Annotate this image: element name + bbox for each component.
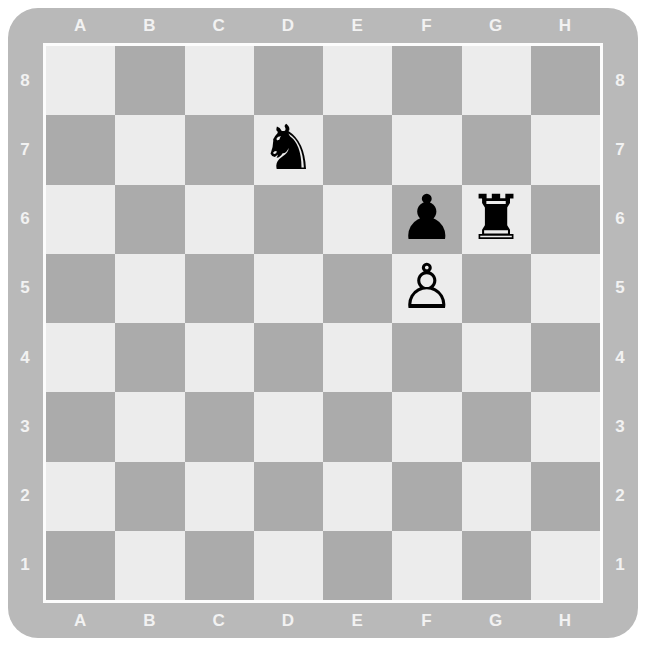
black-pawn[interactable]: ♟ [399, 185, 455, 252]
square-g8[interactable] [462, 46, 531, 115]
square-e1[interactable] [323, 531, 392, 600]
square-e8[interactable] [323, 46, 392, 115]
file-label-b-top: B [115, 8, 184, 43]
square-b2[interactable] [115, 462, 184, 531]
square-f6[interactable]: ♟ [392, 185, 461, 254]
square-f7[interactable] [392, 115, 461, 184]
square-c4[interactable] [185, 323, 254, 392]
square-c3[interactable] [185, 392, 254, 461]
rank-label-3-left: 3 [8, 392, 43, 461]
square-h1[interactable] [531, 531, 600, 600]
rank-label-6-right: 6 [603, 185, 638, 254]
rank-label-8-left: 8 [8, 46, 43, 115]
square-g7[interactable] [462, 115, 531, 184]
square-c2[interactable] [185, 462, 254, 531]
square-f2[interactable] [392, 462, 461, 531]
square-g4[interactable] [462, 323, 531, 392]
square-b1[interactable] [115, 531, 184, 600]
square-d1[interactable] [254, 531, 323, 600]
black-rook[interactable]: ♜ [468, 185, 524, 252]
file-label-e-bottom: E [323, 603, 392, 638]
file-label-f-top: F [392, 8, 461, 43]
square-g5[interactable] [462, 254, 531, 323]
square-g3[interactable] [462, 392, 531, 461]
rank-labels-left: 87654321 [8, 46, 43, 600]
white-pawn[interactable]: ♙ [399, 254, 455, 321]
square-a3[interactable] [46, 392, 115, 461]
rank-label-4-left: 4 [8, 323, 43, 392]
square-e5[interactable] [323, 254, 392, 323]
rank-label-2-right: 2 [603, 462, 638, 531]
file-label-g-top: G [462, 8, 531, 43]
square-e4[interactable] [323, 323, 392, 392]
rank-label-4-right: 4 [603, 323, 638, 392]
square-b7[interactable] [115, 115, 184, 184]
square-a2[interactable] [46, 462, 115, 531]
square-h3[interactable] [531, 392, 600, 461]
square-d2[interactable] [254, 462, 323, 531]
rank-label-1-right: 1 [603, 531, 638, 600]
square-b3[interactable] [115, 392, 184, 461]
file-label-b-bottom: B [115, 603, 184, 638]
square-d6[interactable] [254, 185, 323, 254]
file-labels-top: ABCDEFGH [46, 8, 600, 43]
square-a7[interactable] [46, 115, 115, 184]
square-h6[interactable] [531, 185, 600, 254]
square-c1[interactable] [185, 531, 254, 600]
square-e7[interactable] [323, 115, 392, 184]
square-f3[interactable] [392, 392, 461, 461]
file-label-d-bottom: D [254, 603, 323, 638]
file-label-a-top: A [46, 8, 115, 43]
square-f5[interactable]: ♙ [392, 254, 461, 323]
square-f4[interactable] [392, 323, 461, 392]
square-g1[interactable] [462, 531, 531, 600]
square-g2[interactable] [462, 462, 531, 531]
square-h5[interactable] [531, 254, 600, 323]
rank-label-5-left: 5 [8, 254, 43, 323]
square-f8[interactable] [392, 46, 461, 115]
square-h8[interactable] [531, 46, 600, 115]
square-g6[interactable]: ♜ [462, 185, 531, 254]
rank-label-5-right: 5 [603, 254, 638, 323]
rank-label-1-left: 1 [8, 531, 43, 600]
file-label-d-top: D [254, 8, 323, 43]
square-a5[interactable] [46, 254, 115, 323]
file-label-a-bottom: A [46, 603, 115, 638]
file-label-g-bottom: G [462, 603, 531, 638]
rank-label-3-right: 3 [603, 392, 638, 461]
square-a1[interactable] [46, 531, 115, 600]
square-c6[interactable] [185, 185, 254, 254]
square-e6[interactable] [323, 185, 392, 254]
rank-label-2-left: 2 [8, 462, 43, 531]
square-e2[interactable] [323, 462, 392, 531]
chess-board-screenshot: ABCDEFGH ABCDEFGH 87654321 87654321 ♞♟♜♙ [0, 0, 646, 646]
square-a6[interactable] [46, 185, 115, 254]
black-knight[interactable]: ♞ [261, 115, 317, 182]
square-a4[interactable] [46, 323, 115, 392]
file-label-c-bottom: C [185, 603, 254, 638]
rank-label-8-right: 8 [603, 46, 638, 115]
square-a8[interactable] [46, 46, 115, 115]
square-d5[interactable] [254, 254, 323, 323]
square-e3[interactable] [323, 392, 392, 461]
file-label-h-bottom: H [531, 603, 600, 638]
rank-labels-right: 87654321 [603, 46, 638, 600]
file-label-e-top: E [323, 8, 392, 43]
file-label-h-top: H [531, 8, 600, 43]
square-b4[interactable] [115, 323, 184, 392]
square-d8[interactable] [254, 46, 323, 115]
square-h4[interactable] [531, 323, 600, 392]
square-d7[interactable]: ♞ [254, 115, 323, 184]
chess-board: ♞♟♜♙ [46, 46, 600, 600]
rank-label-7-right: 7 [603, 115, 638, 184]
square-b8[interactable] [115, 46, 184, 115]
file-labels-bottom: ABCDEFGH [46, 603, 600, 638]
rank-label-6-left: 6 [8, 185, 43, 254]
square-c5[interactable] [185, 254, 254, 323]
square-c7[interactable] [185, 115, 254, 184]
rank-label-7-left: 7 [8, 115, 43, 184]
square-b6[interactable] [115, 185, 184, 254]
file-label-f-bottom: F [392, 603, 461, 638]
file-label-c-top: C [185, 8, 254, 43]
square-c8[interactable] [185, 46, 254, 115]
square-d3[interactable] [254, 392, 323, 461]
square-b5[interactable] [115, 254, 184, 323]
square-d4[interactable] [254, 323, 323, 392]
square-h7[interactable] [531, 115, 600, 184]
square-h2[interactable] [531, 462, 600, 531]
square-f1[interactable] [392, 531, 461, 600]
